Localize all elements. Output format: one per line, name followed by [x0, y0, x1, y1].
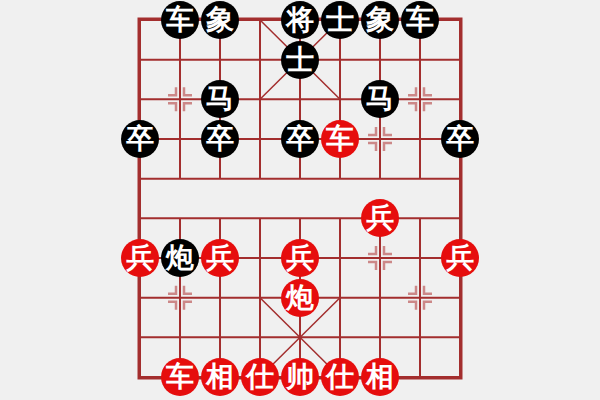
piece-red-advisor[interactable]: 仕: [321, 358, 359, 396]
piece-red-soldier[interactable]: 兵: [281, 239, 319, 277]
piece-red-chariot[interactable]: 车: [321, 120, 359, 158]
piece-black-elephant[interactable]: 象: [201, 1, 239, 39]
piece-red-general[interactable]: 帅: [281, 358, 319, 396]
piece-black-general[interactable]: 将: [281, 1, 319, 39]
piece-black-elephant[interactable]: 象: [361, 1, 399, 39]
piece-red-soldier[interactable]: 兵: [441, 239, 479, 277]
piece-red-elephant[interactable]: 相: [361, 358, 399, 396]
piece-black-chariot[interactable]: 车: [401, 1, 439, 39]
xiangqi-board[interactable]: 车象将士象车士马马卒卒卒车卒兵兵炮兵兵兵炮车相仕帅仕相: [0, 0, 600, 400]
piece-red-soldier[interactable]: 兵: [121, 239, 159, 277]
piece-black-advisor[interactable]: 士: [281, 41, 319, 79]
piece-black-chariot[interactable]: 车: [161, 1, 199, 39]
piece-black-soldier[interactable]: 卒: [201, 120, 239, 158]
piece-black-horse[interactable]: 马: [201, 80, 239, 118]
piece-black-soldier[interactable]: 卒: [121, 120, 159, 158]
piece-black-soldier[interactable]: 卒: [281, 120, 319, 158]
piece-black-advisor[interactable]: 士: [321, 1, 359, 39]
piece-black-soldier[interactable]: 卒: [441, 120, 479, 158]
piece-red-advisor[interactable]: 仕: [241, 358, 279, 396]
piece-red-elephant[interactable]: 相: [201, 358, 239, 396]
piece-black-horse[interactable]: 马: [361, 80, 399, 118]
piece-black-cannon[interactable]: 炮: [161, 239, 199, 277]
piece-red-soldier[interactable]: 兵: [201, 239, 239, 277]
piece-red-cannon[interactable]: 炮: [281, 279, 319, 317]
piece-red-soldier[interactable]: 兵: [361, 199, 399, 237]
piece-red-chariot[interactable]: 车: [161, 358, 199, 396]
